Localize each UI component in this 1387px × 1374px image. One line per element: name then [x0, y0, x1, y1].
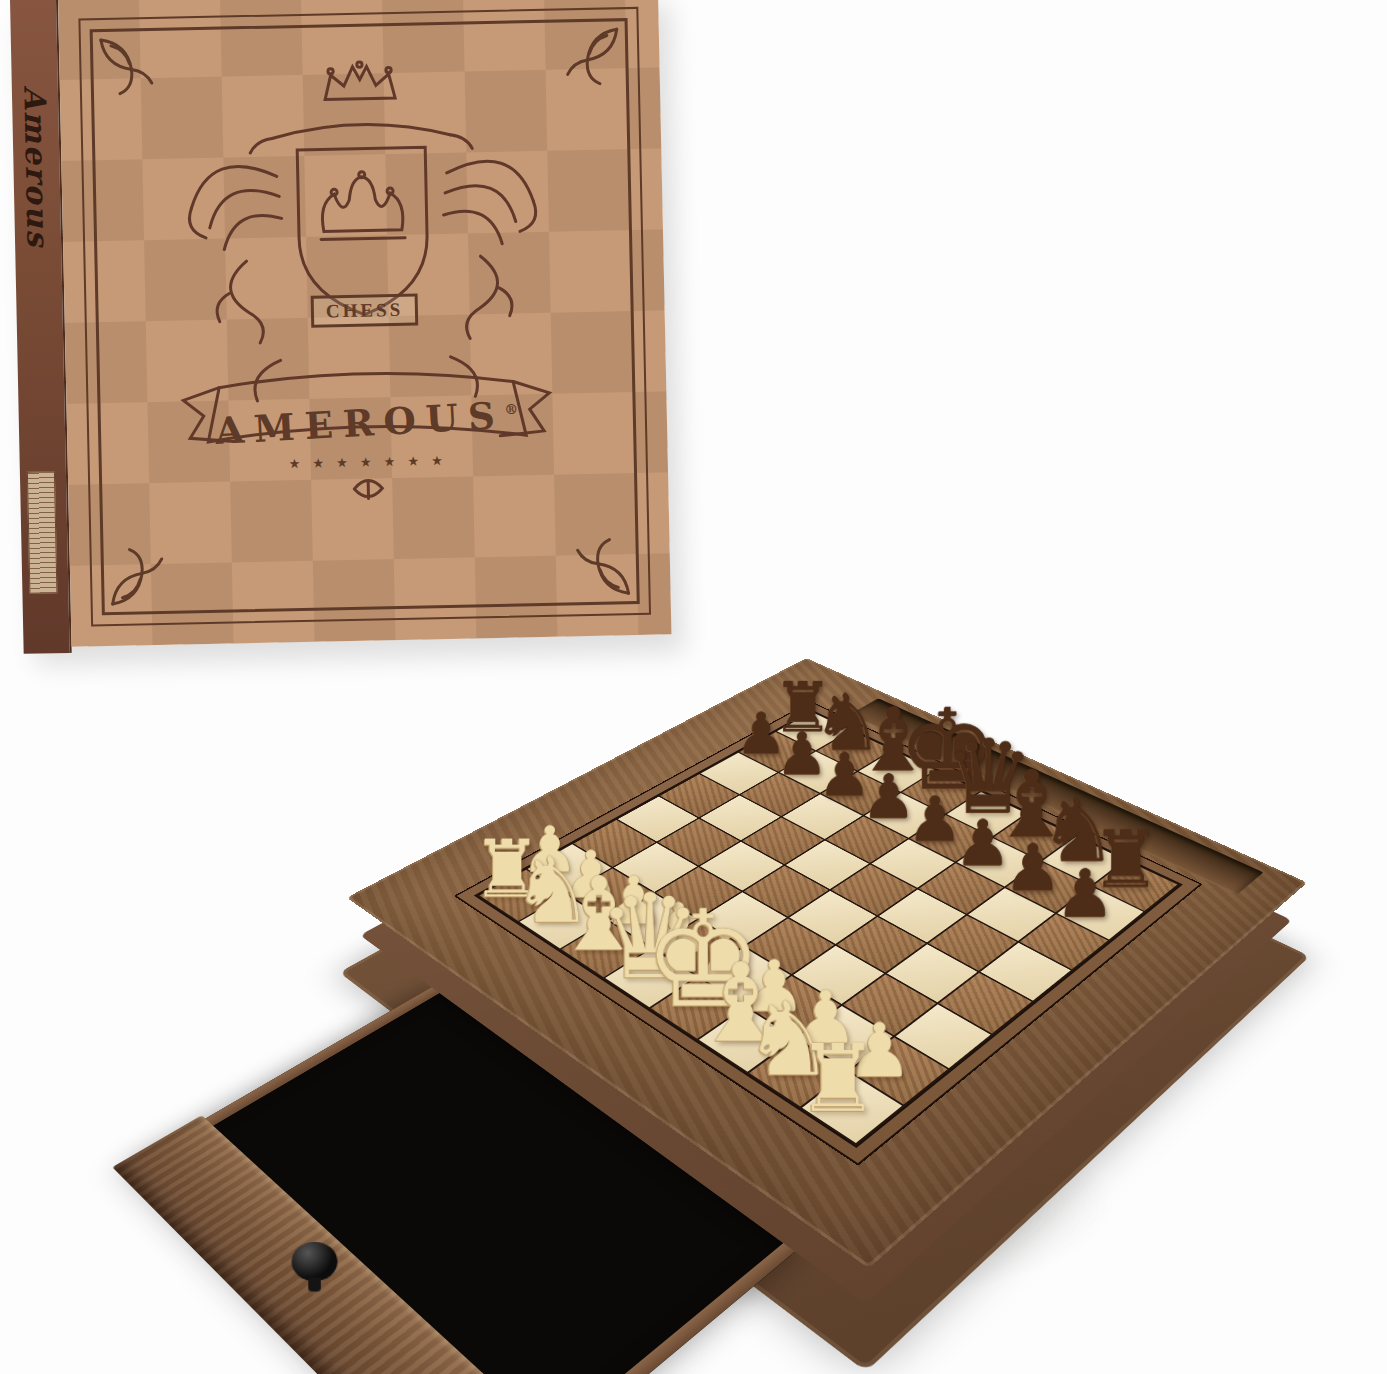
drawer-knob[interactable]: [286, 1242, 342, 1301]
knob-head: [292, 1242, 338, 1282]
knob-stem: [308, 1277, 321, 1291]
registered-trademark: ®: [504, 401, 519, 418]
chess-title-plaque: CHESS: [311, 294, 419, 328]
spine-warning-label: [27, 472, 58, 595]
piece-black-pawn[interactable]: ♟: [1054, 864, 1116, 925]
spine-brand-script: Amerous: [17, 85, 55, 248]
product-photo: Amerous: [0, 0, 1387, 1374]
chess-case-scene: ♜♞♝♚♛♝♞♜♟♟♟♟♟♟♟♟♟♟♟♟♟♟♟♟♜♞♝♛♚♝♞♜: [140, 420, 1380, 1374]
piece-white-rook[interactable]: ♜: [796, 1037, 868, 1123]
